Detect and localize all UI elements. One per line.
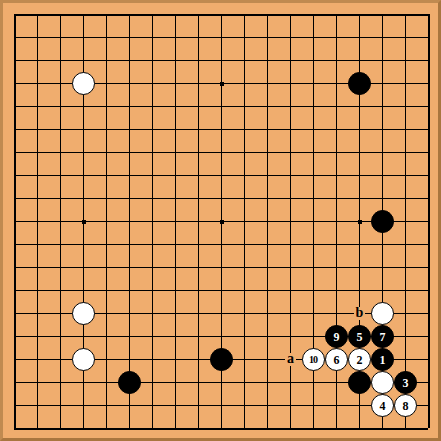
intersection-2-18 bbox=[26, 394, 49, 417]
intersection-3-13 bbox=[49, 279, 72, 302]
intersection-17-5 bbox=[371, 95, 394, 118]
intersection-2-17 bbox=[26, 371, 49, 394]
intersection-9-14 bbox=[187, 302, 210, 325]
intersection-18-18: 8 bbox=[394, 394, 417, 417]
intersection-17-8 bbox=[371, 164, 394, 187]
intersection-9-4 bbox=[187, 72, 210, 95]
white-stone bbox=[371, 302, 394, 325]
intersection-2-19 bbox=[26, 417, 49, 440]
intersection-15-12 bbox=[325, 256, 348, 279]
intersection-3-6 bbox=[49, 118, 72, 141]
intersection-15-7 bbox=[325, 141, 348, 164]
board-grid: b957a10621348 bbox=[3, 3, 440, 440]
intersection-13-1 bbox=[279, 3, 302, 26]
intersection-18-12 bbox=[394, 256, 417, 279]
intersection-16-18 bbox=[348, 394, 371, 417]
intersection-12-1 bbox=[256, 3, 279, 26]
intersection-14-1 bbox=[302, 3, 325, 26]
intersection-9-3 bbox=[187, 49, 210, 72]
intersection-1-9 bbox=[3, 187, 26, 210]
intersection-15-6 bbox=[325, 118, 348, 141]
intersection-12-9 bbox=[256, 187, 279, 210]
intersection-19-10 bbox=[417, 210, 440, 233]
intersection-1-8 bbox=[3, 164, 26, 187]
intersection-3-5 bbox=[49, 95, 72, 118]
intersection-4-12 bbox=[72, 256, 95, 279]
point-label-b: b bbox=[354, 307, 366, 320]
intersection-3-10 bbox=[49, 210, 72, 233]
intersection-10-18 bbox=[210, 394, 233, 417]
intersection-7-5 bbox=[141, 95, 164, 118]
move-8-white-stone: 8 bbox=[394, 394, 417, 417]
intersection-8-18 bbox=[164, 394, 187, 417]
intersection-19-3 bbox=[417, 49, 440, 72]
intersection-11-11 bbox=[233, 233, 256, 256]
intersection-18-8 bbox=[394, 164, 417, 187]
intersection-1-13 bbox=[3, 279, 26, 302]
intersection-5-13 bbox=[95, 279, 118, 302]
intersection-12-3 bbox=[256, 49, 279, 72]
intersection-13-12 bbox=[279, 256, 302, 279]
intersection-18-14 bbox=[394, 302, 417, 325]
intersection-5-11 bbox=[95, 233, 118, 256]
intersection-10-12 bbox=[210, 256, 233, 279]
intersection-3-14 bbox=[49, 302, 72, 325]
intersection-2-6 bbox=[26, 118, 49, 141]
move-number: 10 bbox=[309, 354, 317, 364]
intersection-12-4 bbox=[256, 72, 279, 95]
intersection-15-19 bbox=[325, 417, 348, 440]
intersection-6-17 bbox=[118, 371, 141, 394]
intersection-6-19 bbox=[118, 417, 141, 440]
intersection-18-6 bbox=[394, 118, 417, 141]
intersection-9-8 bbox=[187, 164, 210, 187]
intersection-17-3 bbox=[371, 49, 394, 72]
intersection-8-13 bbox=[164, 279, 187, 302]
move-9-black-stone: 9 bbox=[325, 325, 348, 348]
intersection-5-16 bbox=[95, 348, 118, 371]
intersection-1-18 bbox=[3, 394, 26, 417]
intersection-8-16 bbox=[164, 348, 187, 371]
intersection-18-2 bbox=[394, 26, 417, 49]
intersection-2-3 bbox=[26, 49, 49, 72]
intersection-15-1 bbox=[325, 3, 348, 26]
intersection-8-4 bbox=[164, 72, 187, 95]
intersection-15-3 bbox=[325, 49, 348, 72]
intersection-4-7 bbox=[72, 141, 95, 164]
intersection-15-11 bbox=[325, 233, 348, 256]
intersection-17-6 bbox=[371, 118, 394, 141]
white-stone bbox=[72, 72, 95, 95]
black-stone bbox=[348, 371, 371, 394]
intersection-3-17 bbox=[49, 371, 72, 394]
intersection-19-8 bbox=[417, 164, 440, 187]
intersection-12-7 bbox=[256, 141, 279, 164]
intersection-5-8 bbox=[95, 164, 118, 187]
intersection-5-1 bbox=[95, 3, 118, 26]
intersection-10-4 bbox=[210, 72, 233, 95]
intersection-4-19 bbox=[72, 417, 95, 440]
intersection-17-13 bbox=[371, 279, 394, 302]
intersection-14-14 bbox=[302, 302, 325, 325]
intersection-17-12 bbox=[371, 256, 394, 279]
intersection-4-17 bbox=[72, 371, 95, 394]
intersection-15-14 bbox=[325, 302, 348, 325]
intersection-16-2 bbox=[348, 26, 371, 49]
intersection-16-3 bbox=[348, 49, 371, 72]
intersection-14-8 bbox=[302, 164, 325, 187]
move-1-black-stone: 1 bbox=[371, 348, 394, 371]
intersection-11-14 bbox=[233, 302, 256, 325]
intersection-5-5 bbox=[95, 95, 118, 118]
intersection-15-10 bbox=[325, 210, 348, 233]
intersection-18-15 bbox=[394, 325, 417, 348]
intersection-11-10 bbox=[233, 210, 256, 233]
intersection-14-15 bbox=[302, 325, 325, 348]
move-number: 3 bbox=[403, 376, 409, 388]
intersection-16-12 bbox=[348, 256, 371, 279]
intersection-13-19 bbox=[279, 417, 302, 440]
intersection-9-7 bbox=[187, 141, 210, 164]
intersection-14-13 bbox=[302, 279, 325, 302]
intersection-19-11 bbox=[417, 233, 440, 256]
intersection-2-12 bbox=[26, 256, 49, 279]
white-stone bbox=[72, 348, 95, 371]
intersection-12-17 bbox=[256, 371, 279, 394]
black-stone bbox=[371, 210, 394, 233]
intersection-7-3 bbox=[141, 49, 164, 72]
intersection-9-16 bbox=[187, 348, 210, 371]
move-10-white-stone: 10 bbox=[302, 348, 325, 371]
intersection-4-6 bbox=[72, 118, 95, 141]
intersection-18-3 bbox=[394, 49, 417, 72]
intersection-1-5 bbox=[3, 95, 26, 118]
intersection-15-8 bbox=[325, 164, 348, 187]
intersection-2-1 bbox=[26, 3, 49, 26]
intersection-16-9 bbox=[348, 187, 371, 210]
intersection-10-8 bbox=[210, 164, 233, 187]
intersection-2-15 bbox=[26, 325, 49, 348]
intersection-6-8 bbox=[118, 164, 141, 187]
intersection-8-2 bbox=[164, 26, 187, 49]
intersection-5-3 bbox=[95, 49, 118, 72]
intersection-11-19 bbox=[233, 417, 256, 440]
intersection-19-5 bbox=[417, 95, 440, 118]
intersection-14-16: 10 bbox=[302, 348, 325, 371]
intersection-3-7 bbox=[49, 141, 72, 164]
intersection-6-16 bbox=[118, 348, 141, 371]
intersection-6-2 bbox=[118, 26, 141, 49]
intersection-8-5 bbox=[164, 95, 187, 118]
intersection-16-15: 5 bbox=[348, 325, 371, 348]
intersection-6-10 bbox=[118, 210, 141, 233]
intersection-7-10 bbox=[141, 210, 164, 233]
intersection-16-19 bbox=[348, 417, 371, 440]
intersection-10-2 bbox=[210, 26, 233, 49]
intersection-12-10 bbox=[256, 210, 279, 233]
intersection-11-16 bbox=[233, 348, 256, 371]
intersection-5-9 bbox=[95, 187, 118, 210]
intersection-13-11 bbox=[279, 233, 302, 256]
move-3-black-stone: 3 bbox=[394, 371, 417, 394]
intersection-1-12 bbox=[3, 256, 26, 279]
intersection-14-17 bbox=[302, 371, 325, 394]
intersection-4-13 bbox=[72, 279, 95, 302]
intersection-6-1 bbox=[118, 3, 141, 26]
intersection-11-7 bbox=[233, 141, 256, 164]
intersection-11-9 bbox=[233, 187, 256, 210]
intersection-10-1 bbox=[210, 3, 233, 26]
intersection-16-10 bbox=[348, 210, 371, 233]
intersection-4-9 bbox=[72, 187, 95, 210]
intersection-5-7 bbox=[95, 141, 118, 164]
intersection-1-2 bbox=[3, 26, 26, 49]
intersection-10-11 bbox=[210, 233, 233, 256]
intersection-13-18 bbox=[279, 394, 302, 417]
intersection-6-13 bbox=[118, 279, 141, 302]
intersection-8-19 bbox=[164, 417, 187, 440]
intersection-7-9 bbox=[141, 187, 164, 210]
intersection-8-14 bbox=[164, 302, 187, 325]
intersection-5-19 bbox=[95, 417, 118, 440]
move-number: 1 bbox=[380, 353, 386, 365]
intersection-13-4 bbox=[279, 72, 302, 95]
intersection-15-9 bbox=[325, 187, 348, 210]
intersection-8-12 bbox=[164, 256, 187, 279]
intersection-15-18 bbox=[325, 394, 348, 417]
intersection-6-18 bbox=[118, 394, 141, 417]
intersection-10-17 bbox=[210, 371, 233, 394]
intersection-13-10 bbox=[279, 210, 302, 233]
intersection-13-8 bbox=[279, 164, 302, 187]
intersection-10-19 bbox=[210, 417, 233, 440]
intersection-14-4 bbox=[302, 72, 325, 95]
intersection-14-19 bbox=[302, 417, 325, 440]
intersection-9-1 bbox=[187, 3, 210, 26]
intersection-16-5 bbox=[348, 95, 371, 118]
intersection-14-9 bbox=[302, 187, 325, 210]
intersection-13-13 bbox=[279, 279, 302, 302]
intersection-17-11 bbox=[371, 233, 394, 256]
intersection-2-2 bbox=[26, 26, 49, 49]
intersection-12-11 bbox=[256, 233, 279, 256]
intersection-15-15: 9 bbox=[325, 325, 348, 348]
intersection-4-11 bbox=[72, 233, 95, 256]
intersection-7-14 bbox=[141, 302, 164, 325]
intersection-4-15 bbox=[72, 325, 95, 348]
hoshi-dot bbox=[220, 82, 224, 86]
intersection-17-17 bbox=[371, 371, 394, 394]
intersection-19-6 bbox=[417, 118, 440, 141]
intersection-6-12 bbox=[118, 256, 141, 279]
intersection-11-13 bbox=[233, 279, 256, 302]
intersection-6-11 bbox=[118, 233, 141, 256]
intersection-7-8 bbox=[141, 164, 164, 187]
intersection-17-10 bbox=[371, 210, 394, 233]
intersection-18-16 bbox=[394, 348, 417, 371]
intersection-15-4 bbox=[325, 72, 348, 95]
intersection-7-16 bbox=[141, 348, 164, 371]
intersection-6-7 bbox=[118, 141, 141, 164]
move-2-white-stone: 2 bbox=[348, 348, 371, 371]
intersection-18-5 bbox=[394, 95, 417, 118]
intersection-3-12 bbox=[49, 256, 72, 279]
intersection-11-18 bbox=[233, 394, 256, 417]
intersection-3-19 bbox=[49, 417, 72, 440]
intersection-2-4 bbox=[26, 72, 49, 95]
intersection-16-8 bbox=[348, 164, 371, 187]
intersection-5-10 bbox=[95, 210, 118, 233]
intersection-16-4 bbox=[348, 72, 371, 95]
intersection-16-6 bbox=[348, 118, 371, 141]
intersection-14-3 bbox=[302, 49, 325, 72]
intersection-19-19 bbox=[417, 417, 440, 440]
intersection-3-1 bbox=[49, 3, 72, 26]
intersection-7-11 bbox=[141, 233, 164, 256]
intersection-1-15 bbox=[3, 325, 26, 348]
intersection-12-15 bbox=[256, 325, 279, 348]
intersection-17-16: 1 bbox=[371, 348, 394, 371]
intersection-11-6 bbox=[233, 118, 256, 141]
intersection-16-13 bbox=[348, 279, 371, 302]
intersection-13-17 bbox=[279, 371, 302, 394]
intersection-12-12 bbox=[256, 256, 279, 279]
move-7-black-stone: 7 bbox=[371, 325, 394, 348]
intersection-14-12 bbox=[302, 256, 325, 279]
intersection-1-7 bbox=[3, 141, 26, 164]
move-number: 6 bbox=[334, 353, 340, 365]
intersection-18-10 bbox=[394, 210, 417, 233]
intersection-19-13 bbox=[417, 279, 440, 302]
intersection-8-9 bbox=[164, 187, 187, 210]
intersection-7-18 bbox=[141, 394, 164, 417]
intersection-9-10 bbox=[187, 210, 210, 233]
move-6-white-stone: 6 bbox=[325, 348, 348, 371]
intersection-14-10 bbox=[302, 210, 325, 233]
move-5-black-stone: 5 bbox=[348, 325, 371, 348]
intersection-1-3 bbox=[3, 49, 26, 72]
intersection-13-14 bbox=[279, 302, 302, 325]
intersection-12-8 bbox=[256, 164, 279, 187]
move-number: 8 bbox=[403, 399, 409, 411]
intersection-19-16 bbox=[417, 348, 440, 371]
intersection-14-2 bbox=[302, 26, 325, 49]
intersection-4-2 bbox=[72, 26, 95, 49]
move-number: 4 bbox=[380, 399, 386, 411]
intersection-11-1 bbox=[233, 3, 256, 26]
intersection-12-16 bbox=[256, 348, 279, 371]
intersection-17-19 bbox=[371, 417, 394, 440]
intersection-4-1 bbox=[72, 3, 95, 26]
move-number: 7 bbox=[380, 330, 386, 342]
intersection-10-15 bbox=[210, 325, 233, 348]
intersection-18-17: 3 bbox=[394, 371, 417, 394]
intersection-17-18: 4 bbox=[371, 394, 394, 417]
intersection-19-15 bbox=[417, 325, 440, 348]
intersection-14-6 bbox=[302, 118, 325, 141]
intersection-5-12 bbox=[95, 256, 118, 279]
intersection-5-18 bbox=[95, 394, 118, 417]
intersection-9-11 bbox=[187, 233, 210, 256]
intersection-4-10 bbox=[72, 210, 95, 233]
intersection-7-7 bbox=[141, 141, 164, 164]
intersection-14-11 bbox=[302, 233, 325, 256]
intersection-5-2 bbox=[95, 26, 118, 49]
intersection-13-9 bbox=[279, 187, 302, 210]
intersection-15-5 bbox=[325, 95, 348, 118]
intersection-17-15: 7 bbox=[371, 325, 394, 348]
intersection-7-17 bbox=[141, 371, 164, 394]
intersection-2-8 bbox=[26, 164, 49, 187]
intersection-1-11 bbox=[3, 233, 26, 256]
intersection-9-15 bbox=[187, 325, 210, 348]
intersection-16-11 bbox=[348, 233, 371, 256]
intersection-14-18 bbox=[302, 394, 325, 417]
intersection-13-7 bbox=[279, 141, 302, 164]
intersection-8-17 bbox=[164, 371, 187, 394]
intersection-9-2 bbox=[187, 26, 210, 49]
intersection-11-8 bbox=[233, 164, 256, 187]
intersection-8-7 bbox=[164, 141, 187, 164]
intersection-8-10 bbox=[164, 210, 187, 233]
intersection-19-9 bbox=[417, 187, 440, 210]
hoshi-dot bbox=[82, 220, 86, 224]
intersection-1-6 bbox=[3, 118, 26, 141]
intersection-13-15 bbox=[279, 325, 302, 348]
hoshi-dot bbox=[358, 220, 362, 224]
intersection-6-15 bbox=[118, 325, 141, 348]
intersection-3-8 bbox=[49, 164, 72, 187]
intersection-4-14 bbox=[72, 302, 95, 325]
intersection-2-14 bbox=[26, 302, 49, 325]
white-stone bbox=[371, 371, 394, 394]
intersection-12-19 bbox=[256, 417, 279, 440]
intersection-6-6 bbox=[118, 118, 141, 141]
intersection-17-2 bbox=[371, 26, 394, 49]
intersection-9-12 bbox=[187, 256, 210, 279]
intersection-4-8 bbox=[72, 164, 95, 187]
black-stone bbox=[118, 371, 141, 394]
intersection-13-16: a bbox=[279, 348, 302, 371]
move-number: 2 bbox=[357, 353, 363, 365]
intersection-13-6 bbox=[279, 118, 302, 141]
intersection-18-13 bbox=[394, 279, 417, 302]
intersection-16-7 bbox=[348, 141, 371, 164]
intersection-10-16 bbox=[210, 348, 233, 371]
intersection-19-14 bbox=[417, 302, 440, 325]
intersection-4-3 bbox=[72, 49, 95, 72]
intersection-1-16 bbox=[3, 348, 26, 371]
intersection-19-18 bbox=[417, 394, 440, 417]
intersection-19-1 bbox=[417, 3, 440, 26]
intersection-9-18 bbox=[187, 394, 210, 417]
intersection-1-1 bbox=[3, 3, 26, 26]
move-number: 9 bbox=[334, 330, 340, 342]
intersection-12-5 bbox=[256, 95, 279, 118]
intersection-10-7 bbox=[210, 141, 233, 164]
intersection-5-4 bbox=[95, 72, 118, 95]
intersection-10-6 bbox=[210, 118, 233, 141]
go-board: b957a10621348 bbox=[0, 0, 441, 441]
intersection-16-14: b bbox=[348, 302, 371, 325]
intersection-3-9 bbox=[49, 187, 72, 210]
intersection-2-11 bbox=[26, 233, 49, 256]
intersection-5-6 bbox=[95, 118, 118, 141]
intersection-3-2 bbox=[49, 26, 72, 49]
intersection-11-3 bbox=[233, 49, 256, 72]
intersection-8-6 bbox=[164, 118, 187, 141]
white-stone bbox=[72, 302, 95, 325]
